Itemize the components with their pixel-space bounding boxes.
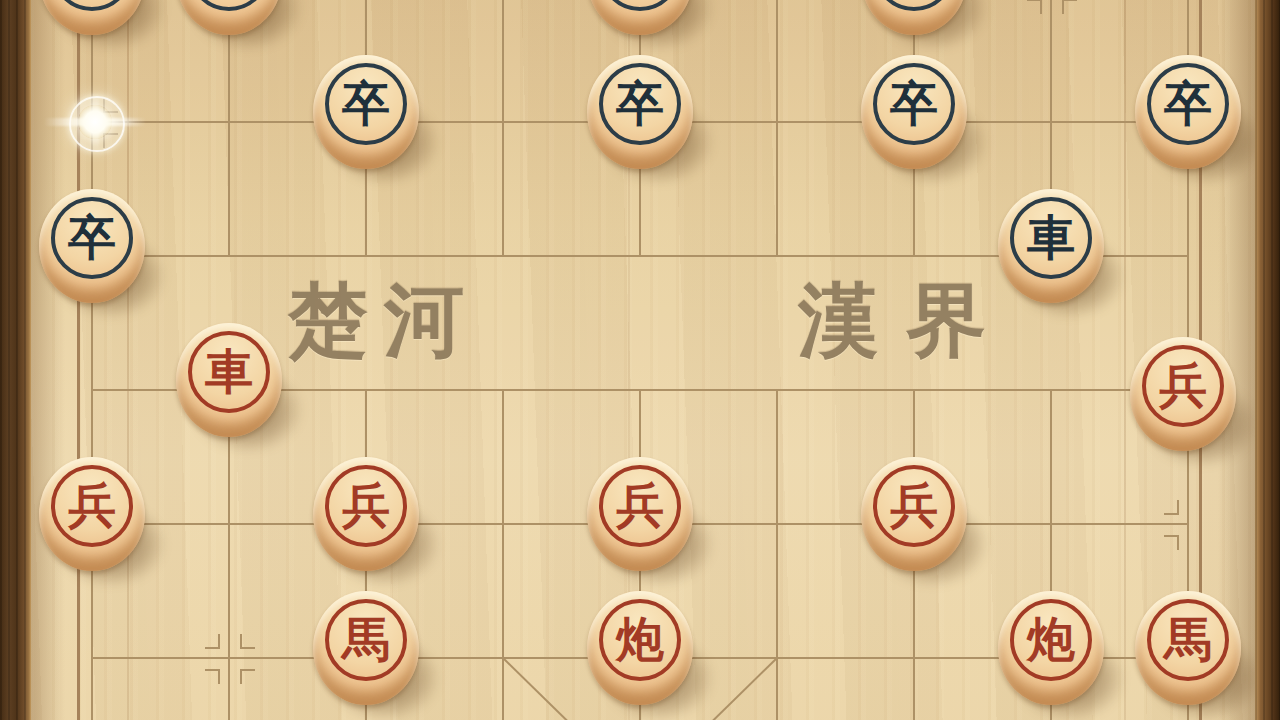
piece-glyph: 兵 bbox=[68, 481, 116, 529]
piece-glyph: 卒 bbox=[616, 79, 664, 127]
piece-ring: 卒 bbox=[325, 63, 407, 145]
piece-ring: 車 bbox=[188, 331, 270, 413]
board-frame-right bbox=[1255, 0, 1280, 720]
piece-glyph: 卒 bbox=[68, 213, 116, 261]
piece-glyph: 馬 bbox=[342, 615, 390, 663]
piece-red-cannon[interactable]: 炮 bbox=[587, 591, 693, 705]
piece-glyph: 車 bbox=[1027, 213, 1075, 261]
piece-black-soldier[interactable]: 卒 bbox=[587, 55, 693, 169]
piece-ring: 馬 bbox=[325, 599, 407, 681]
point-corner-marker bbox=[1164, 535, 1179, 550]
piece-glyph: 馬 bbox=[1164, 615, 1212, 663]
board-border-line-left bbox=[77, 0, 80, 720]
piece-ring: 卒 bbox=[1147, 63, 1229, 145]
piece-black-soldier[interactable]: 卒 bbox=[313, 55, 419, 169]
piece-glyph: 兵 bbox=[616, 481, 664, 529]
grid-file-line bbox=[91, 0, 93, 720]
point-corner-marker bbox=[1027, 0, 1042, 14]
piece-glyph: 車 bbox=[205, 347, 253, 395]
piece-red-soldier[interactable]: 兵 bbox=[587, 457, 693, 571]
river-label-right: 漢界 bbox=[798, 277, 1014, 363]
point-corner-marker bbox=[103, 98, 118, 113]
point-corner-marker bbox=[205, 669, 220, 684]
piece-red-horse[interactable]: 馬 bbox=[313, 591, 419, 705]
piece-ring: 卒 bbox=[873, 63, 955, 145]
piece-ring: 馬 bbox=[51, 0, 133, 11]
piece-ring: 車 bbox=[1010, 197, 1092, 279]
piece-glyph: 卒 bbox=[890, 79, 938, 127]
piece-glyph: 兵 bbox=[1159, 361, 1207, 409]
piece-ring: 兵 bbox=[325, 465, 407, 547]
piece-ring: 炮 bbox=[599, 599, 681, 681]
grid-file-line bbox=[776, 390, 778, 720]
piece-ring: 象 bbox=[599, 0, 681, 11]
piece-glyph: 兵 bbox=[342, 481, 390, 529]
piece-ring: 炮 bbox=[188, 0, 270, 11]
piece-ring: 卒 bbox=[51, 197, 133, 279]
piece-red-soldier[interactable]: 兵 bbox=[39, 457, 145, 571]
piece-red-cannon[interactable]: 炮 bbox=[998, 591, 1104, 705]
piece-red-soldier[interactable]: 兵 bbox=[1130, 337, 1236, 451]
piece-ring: 炮 bbox=[1010, 599, 1092, 681]
piece-glyph: 兵 bbox=[890, 481, 938, 529]
piece-black-chariot[interactable]: 車 bbox=[998, 189, 1104, 303]
piece-glyph: 炮 bbox=[616, 615, 664, 663]
point-corner-marker bbox=[240, 634, 255, 649]
point-corner-marker bbox=[205, 634, 220, 649]
piece-red-soldier[interactable]: 兵 bbox=[861, 457, 967, 571]
piece-ring: 兵 bbox=[873, 465, 955, 547]
piece-ring: 兵 bbox=[51, 465, 133, 547]
piece-ring: 卒 bbox=[599, 63, 681, 145]
point-corner-marker bbox=[1164, 500, 1179, 515]
piece-red-horse[interactable]: 馬 bbox=[1135, 591, 1241, 705]
board-frame-left bbox=[0, 0, 31, 720]
piece-ring: 兵 bbox=[599, 465, 681, 547]
wood-seam bbox=[127, 0, 129, 720]
piece-black-soldier[interactable]: 卒 bbox=[1135, 55, 1241, 169]
board-edge-shading bbox=[31, 0, 65, 720]
piece-ring: 馬 bbox=[873, 0, 955, 11]
piece-red-chariot[interactable]: 車 bbox=[176, 323, 282, 437]
piece-glyph: 卒 bbox=[342, 79, 390, 127]
grid-file-line bbox=[776, 0, 778, 256]
piece-ring: 兵 bbox=[1142, 345, 1224, 427]
river-label-left: 楚河 bbox=[288, 277, 480, 363]
grid-file-line bbox=[502, 390, 504, 720]
point-corner-marker bbox=[103, 133, 118, 148]
piece-glyph: 卒 bbox=[1164, 79, 1212, 127]
piece-black-soldier[interactable]: 卒 bbox=[861, 55, 967, 169]
point-corner-marker bbox=[240, 669, 255, 684]
xiangqi-board[interactable]: 楚河 漢界 馬炮象馬卒卒卒卒卒車車兵兵兵兵兵馬炮炮馬 bbox=[0, 0, 1280, 720]
grid-file-line bbox=[502, 0, 504, 256]
piece-ring: 馬 bbox=[1147, 599, 1229, 681]
piece-red-soldier[interactable]: 兵 bbox=[313, 457, 419, 571]
point-corner-marker bbox=[1062, 0, 1077, 14]
piece-black-soldier[interactable]: 卒 bbox=[39, 189, 145, 303]
piece-glyph: 炮 bbox=[1027, 615, 1075, 663]
wood-seam bbox=[1124, 0, 1126, 720]
